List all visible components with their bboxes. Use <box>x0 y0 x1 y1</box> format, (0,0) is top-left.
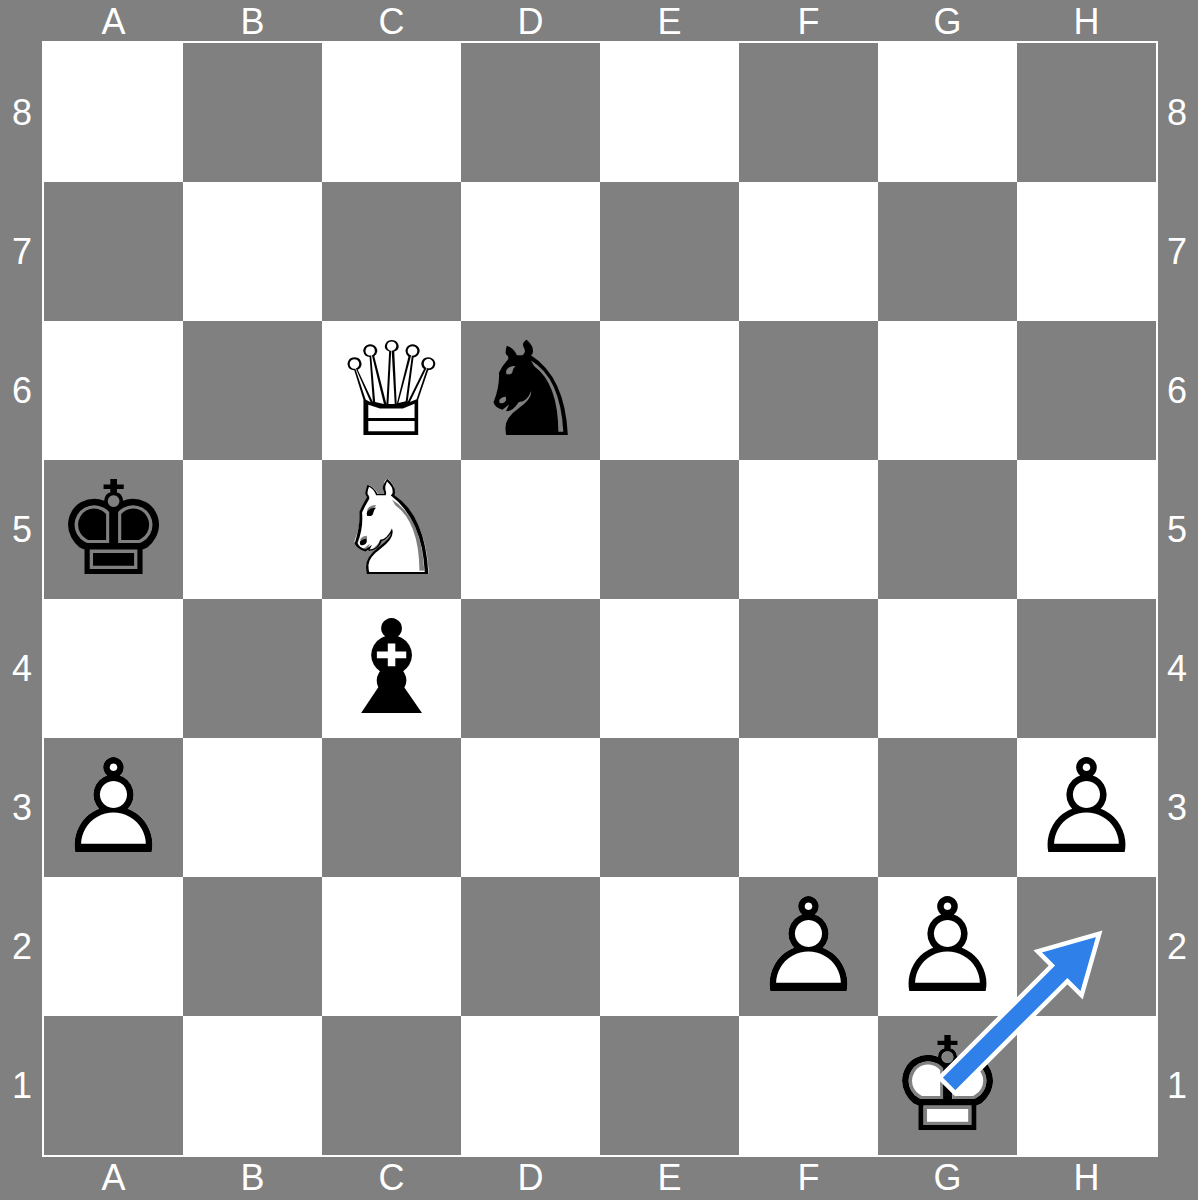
square-c3[interactable] <box>322 738 461 877</box>
white-piece-outline: ♔ <box>878 1016 1017 1155</box>
black-king-a5[interactable]: ♚ <box>44 460 183 599</box>
square-b7[interactable] <box>183 182 322 321</box>
square-e2[interactable] <box>600 877 739 1016</box>
file-label-H: H <box>1017 0 1156 43</box>
white-piece-outline: ♙ <box>878 877 1017 1016</box>
file-label-F: F <box>739 0 878 43</box>
file-label-B: B <box>183 0 322 43</box>
file-label-E: E <box>600 1155 739 1200</box>
file-label-H: H <box>1017 1155 1156 1200</box>
square-c6[interactable]: ♛♕ <box>322 321 461 460</box>
white-king-g1[interactable]: ♚♔ <box>878 1016 1017 1155</box>
square-c8[interactable] <box>322 43 461 182</box>
file-label-A: A <box>44 1155 183 1200</box>
square-b6[interactable] <box>183 321 322 460</box>
square-f2[interactable]: ♟♙ <box>739 877 878 1016</box>
square-f5[interactable] <box>739 460 878 599</box>
square-h5[interactable] <box>1017 460 1156 599</box>
square-b2[interactable] <box>183 877 322 1016</box>
file-label-C: C <box>322 0 461 43</box>
square-d8[interactable] <box>461 43 600 182</box>
white-pawn-a3[interactable]: ♟♙ <box>44 738 183 877</box>
square-h4[interactable] <box>1017 599 1156 738</box>
rank-label-5: 5 <box>0 460 44 599</box>
rank-label-2: 2 <box>1156 877 1198 1016</box>
square-g3[interactable] <box>878 738 1017 877</box>
white-piece-outline: ♙ <box>44 738 183 877</box>
square-e1[interactable] <box>600 1016 739 1155</box>
square-h7[interactable] <box>1017 182 1156 321</box>
square-h2[interactable] <box>1017 877 1156 1016</box>
rank-labels-left: 87654321 <box>0 43 44 1155</box>
square-e8[interactable] <box>600 43 739 182</box>
rank-label-2: 2 <box>0 877 44 1016</box>
square-b3[interactable] <box>183 738 322 877</box>
square-f8[interactable] <box>739 43 878 182</box>
square-f4[interactable] <box>739 599 878 738</box>
square-f1[interactable] <box>739 1016 878 1155</box>
rank-label-8: 8 <box>0 43 44 182</box>
rank-label-1: 1 <box>0 1016 44 1155</box>
square-h6[interactable] <box>1017 321 1156 460</box>
white-pawn-f2[interactable]: ♟♙ <box>739 877 878 1016</box>
square-e5[interactable] <box>600 460 739 599</box>
square-e3[interactable] <box>600 738 739 877</box>
file-label-G: G <box>878 0 1017 43</box>
square-g4[interactable] <box>878 599 1017 738</box>
white-knight-c5[interactable]: ♞♘ <box>322 460 461 599</box>
square-c7[interactable] <box>322 182 461 321</box>
square-f7[interactable] <box>739 182 878 321</box>
square-a5[interactable]: ♚ <box>44 460 183 599</box>
black-bishop-c4[interactable]: ♝ <box>322 599 461 738</box>
square-d5[interactable] <box>461 460 600 599</box>
square-f3[interactable] <box>739 738 878 877</box>
square-f6[interactable] <box>739 321 878 460</box>
white-queen-c6[interactable]: ♛♕ <box>322 321 461 460</box>
square-a7[interactable] <box>44 182 183 321</box>
white-pawn-g2[interactable]: ♟♙ <box>878 877 1017 1016</box>
square-g2[interactable]: ♟♙ <box>878 877 1017 1016</box>
file-label-C: C <box>322 1155 461 1200</box>
file-label-G: G <box>878 1155 1017 1200</box>
square-a2[interactable] <box>44 877 183 1016</box>
square-e4[interactable] <box>600 599 739 738</box>
rank-labels-right: 87654321 <box>1156 43 1198 1155</box>
square-g6[interactable] <box>878 321 1017 460</box>
square-a1[interactable] <box>44 1016 183 1155</box>
square-g1[interactable]: ♚♔ <box>878 1016 1017 1155</box>
file-labels-bottom: ABCDEFGH <box>44 1155 1156 1200</box>
file-label-D: D <box>461 0 600 43</box>
file-label-D: D <box>461 1155 600 1200</box>
file-label-E: E <box>600 0 739 43</box>
square-c1[interactable] <box>322 1016 461 1155</box>
rank-label-5: 5 <box>1156 460 1198 599</box>
square-a4[interactable] <box>44 599 183 738</box>
square-e6[interactable] <box>600 321 739 460</box>
file-label-A: A <box>44 0 183 43</box>
white-pawn-h3[interactable]: ♟♙ <box>1017 738 1156 877</box>
square-d2[interactable] <box>461 877 600 1016</box>
rank-label-1: 1 <box>1156 1016 1198 1155</box>
square-d4[interactable] <box>461 599 600 738</box>
square-a6[interactable] <box>44 321 183 460</box>
rank-label-7: 7 <box>0 182 44 321</box>
rank-label-4: 4 <box>1156 599 1198 738</box>
black-knight-d6[interactable]: ♞ <box>461 321 600 460</box>
square-h3[interactable]: ♟♙ <box>1017 738 1156 877</box>
rank-label-4: 4 <box>0 599 44 738</box>
chess-board[interactable]: ♛♕♞♚♞♘♝♟♙♟♙♟♙♟♙♚♔ <box>44 43 1156 1155</box>
square-c4[interactable]: ♝ <box>322 599 461 738</box>
white-piece-outline: ♕ <box>322 321 461 460</box>
square-h8[interactable] <box>1017 43 1156 182</box>
file-label-F: F <box>739 1155 878 1200</box>
rank-label-8: 8 <box>1156 43 1198 182</box>
square-b4[interactable] <box>183 599 322 738</box>
square-d3[interactable] <box>461 738 600 877</box>
rank-label-6: 6 <box>1156 321 1198 460</box>
black-piece-body: ♚ <box>44 460 183 599</box>
square-g5[interactable] <box>878 460 1017 599</box>
black-piece-body: ♞ <box>461 321 600 460</box>
rank-label-3: 3 <box>0 738 44 877</box>
white-piece-outline: ♙ <box>739 877 878 1016</box>
black-piece-body: ♝ <box>322 599 461 738</box>
square-e7[interactable] <box>600 182 739 321</box>
square-c2[interactable] <box>322 877 461 1016</box>
file-label-B: B <box>183 1155 322 1200</box>
square-c5[interactable]: ♞♘ <box>322 460 461 599</box>
rank-label-7: 7 <box>1156 182 1198 321</box>
file-labels-top: ABCDEFGH <box>44 0 1156 43</box>
square-g8[interactable] <box>878 43 1017 182</box>
square-d1[interactable] <box>461 1016 600 1155</box>
white-piece-outline: ♘ <box>322 460 461 599</box>
square-b5[interactable] <box>183 460 322 599</box>
square-a8[interactable] <box>44 43 183 182</box>
square-g7[interactable] <box>878 182 1017 321</box>
rank-label-3: 3 <box>1156 738 1198 877</box>
square-b8[interactable] <box>183 43 322 182</box>
square-d6[interactable]: ♞ <box>461 321 600 460</box>
rank-label-6: 6 <box>0 321 44 460</box>
square-d7[interactable] <box>461 182 600 321</box>
white-piece-outline: ♙ <box>1017 738 1156 877</box>
square-b1[interactable] <box>183 1016 322 1155</box>
square-a3[interactable]: ♟♙ <box>44 738 183 877</box>
square-h1[interactable] <box>1017 1016 1156 1155</box>
